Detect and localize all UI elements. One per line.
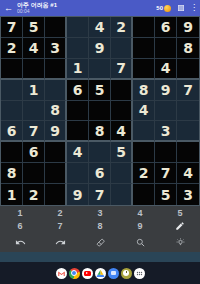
- cell-r2c7[interactable]: [133, 38, 155, 59]
- cell-r9c9[interactable]: 3: [177, 184, 199, 205]
- android-taskbar: [0, 262, 200, 284]
- cell-r2c3[interactable]: 3: [45, 38, 67, 59]
- cell-r2c1[interactable]: 2: [1, 38, 23, 59]
- numpad-row-1: 12345: [0, 206, 200, 219]
- drive-icon[interactable]: [95, 268, 106, 279]
- cell-r6c9[interactable]: [177, 121, 199, 142]
- cell-r4c2[interactable]: 1: [23, 80, 45, 101]
- themes-button[interactable]: [177, 4, 185, 12]
- cell-r8c4[interactable]: [67, 163, 89, 184]
- cell-r7c5[interactable]: [89, 142, 111, 163]
- cell-r4c1[interactable]: [1, 80, 23, 101]
- cell-r3c9[interactable]: [177, 59, 199, 80]
- cell-r5c5[interactable]: [89, 101, 111, 122]
- numpad-9[interactable]: 9: [120, 219, 160, 232]
- cell-r5c2[interactable]: [23, 101, 45, 122]
- magnifier-icon: [135, 237, 146, 248]
- cell-r9c6[interactable]: [111, 184, 133, 205]
- background-strip: [0, 252, 200, 262]
- cell-r8c9[interactable]: 4: [177, 163, 199, 184]
- cell-r7c9[interactable]: [177, 142, 199, 163]
- cell-r6c8[interactable]: 3: [155, 121, 177, 142]
- cell-r1c1[interactable]: 7: [1, 17, 23, 38]
- sudoku-board: 7542692439817416589784679843645862741297…: [0, 16, 200, 206]
- pencil-button[interactable]: [160, 219, 200, 232]
- cell-r7c4[interactable]: 4: [67, 142, 89, 163]
- cell-r9c3[interactable]: [45, 184, 67, 205]
- eraser-icon: [95, 237, 106, 248]
- cell-r4c6[interactable]: [111, 80, 133, 101]
- cell-r2c8[interactable]: [155, 38, 177, 59]
- cell-r4c5[interactable]: 5: [89, 80, 111, 101]
- cell-r2c6[interactable]: [111, 38, 133, 59]
- cell-r1c8[interactable]: 6: [155, 17, 177, 38]
- cell-r7c3[interactable]: [45, 142, 67, 163]
- cell-r5c3[interactable]: 8: [45, 101, 67, 122]
- cell-r1c3[interactable]: [45, 17, 67, 38]
- undo-button[interactable]: [0, 232, 40, 252]
- hint-button[interactable]: [160, 232, 200, 252]
- cell-r5c9[interactable]: [177, 101, 199, 122]
- cell-r8c5[interactable]: 6: [89, 163, 111, 184]
- numpad-5[interactable]: 5: [160, 206, 200, 219]
- cell-r4c3[interactable]: [45, 80, 67, 101]
- cell-r1c2[interactable]: 5: [23, 17, 45, 38]
- cell-r1c4[interactable]: [67, 17, 89, 38]
- cell-r2c4[interactable]: [67, 38, 89, 59]
- cell-r8c7[interactable]: 2: [133, 163, 155, 184]
- cell-r1c5[interactable]: 4: [89, 17, 111, 38]
- cell-r9c5[interactable]: 7: [89, 184, 111, 205]
- cell-r9c8[interactable]: 5: [155, 184, 177, 205]
- cell-r1c6[interactable]: 2: [111, 17, 133, 38]
- sudoku-app-screen: ← 아주 어려움 #1 00:04 50 ⋮ 75426924398174165…: [0, 0, 200, 284]
- cell-r6c4[interactable]: [67, 121, 89, 142]
- cell-r3c7[interactable]: [133, 59, 155, 80]
- app-drawer-icon[interactable]: [134, 268, 145, 279]
- cell-r3c5[interactable]: [89, 59, 111, 80]
- cell-r8c8[interactable]: 7: [155, 163, 177, 184]
- cell-r2c5[interactable]: 9: [89, 38, 111, 59]
- cell-r8c6[interactable]: [111, 163, 133, 184]
- cell-r9c2[interactable]: 2: [23, 184, 45, 205]
- cell-r6c7[interactable]: [133, 121, 155, 142]
- cell-r7c8[interactable]: [155, 142, 177, 163]
- number-pad: 12345 6789: [0, 206, 200, 232]
- cell-r3c2[interactable]: [23, 59, 45, 80]
- cell-r3c6[interactable]: 7: [111, 59, 133, 80]
- app-bar: ← 아주 어려움 #1 00:04 50 ⋮: [0, 0, 200, 16]
- title-block: 아주 어려움 #1 00:04: [17, 2, 57, 14]
- hint-lamp-icon: [175, 237, 186, 248]
- cell-r7c2[interactable]: 6: [23, 142, 45, 163]
- clock-icon[interactable]: [121, 268, 132, 279]
- cell-r3c4[interactable]: 1: [67, 59, 89, 80]
- gmail-icon[interactable]: [56, 268, 67, 279]
- coin-icon: [164, 5, 171, 12]
- pencil-icon: [175, 221, 185, 231]
- numpad-2[interactable]: 2: [40, 206, 80, 219]
- cell-r1c9[interactable]: 9: [177, 17, 199, 38]
- cell-r6c3[interactable]: 9: [45, 121, 67, 142]
- cell-r4c7[interactable]: 8: [133, 80, 155, 101]
- youtube-icon[interactable]: [82, 268, 93, 279]
- cell-r4c9[interactable]: 7: [177, 80, 199, 101]
- cell-r8c2[interactable]: [23, 163, 45, 184]
- cell-r7c1[interactable]: [1, 142, 23, 163]
- messages-icon[interactable]: [108, 268, 119, 279]
- overflow-menu-icon[interactable]: ⋮: [190, 0, 196, 16]
- eraser-button[interactable]: [80, 232, 120, 252]
- numpad-row-2: 6789: [0, 219, 200, 232]
- cell-r5c6[interactable]: [111, 101, 133, 122]
- cell-r7c7[interactable]: [133, 142, 155, 163]
- back-icon[interactable]: ←: [4, 0, 13, 16]
- hint-count-label: 50: [156, 5, 163, 11]
- cell-r6c1[interactable]: 6: [1, 121, 23, 142]
- cell-r7c6[interactable]: 5: [111, 142, 133, 163]
- cell-r8c1[interactable]: 8: [1, 163, 23, 184]
- numpad-1[interactable]: 1: [0, 206, 40, 219]
- numpad-4[interactable]: 4: [120, 206, 160, 219]
- cell-r6c2[interactable]: 7: [23, 121, 45, 142]
- cell-r5c7[interactable]: 4: [133, 101, 155, 122]
- cell-r2c9[interactable]: 8: [177, 38, 199, 59]
- cell-r4c8[interactable]: 9: [155, 80, 177, 101]
- cell-r3c8[interactable]: 4: [155, 59, 177, 80]
- cell-r9c4[interactable]: 9: [67, 184, 89, 205]
- cell-r3c1[interactable]: [1, 59, 23, 80]
- game-timer: 00:04: [17, 9, 57, 14]
- numpad-3[interactable]: 3: [80, 206, 120, 219]
- redo-icon: [55, 237, 66, 248]
- hint-counter[interactable]: 50: [156, 5, 171, 12]
- numpad-7[interactable]: 7: [40, 219, 80, 232]
- grid-icon: [177, 4, 185, 12]
- cell-r5c8[interactable]: [155, 101, 177, 122]
- numpad-8[interactable]: 8: [80, 219, 120, 232]
- redo-button[interactable]: [40, 232, 80, 252]
- cell-r1c7[interactable]: [133, 17, 155, 38]
- cell-r4c4[interactable]: 6: [67, 80, 89, 101]
- cell-r3c3[interactable]: [45, 59, 67, 80]
- cell-r5c1[interactable]: [1, 101, 23, 122]
- cell-r5c4[interactable]: [67, 101, 89, 122]
- cell-r2c2[interactable]: 4: [23, 38, 45, 59]
- cell-r6c5[interactable]: 8: [89, 121, 111, 142]
- undo-icon: [15, 237, 26, 248]
- cell-r8c3[interactable]: [45, 163, 67, 184]
- cell-r9c1[interactable]: 1: [1, 184, 23, 205]
- cell-r6c6[interactable]: 4: [111, 121, 133, 142]
- chrome-icon[interactable]: [69, 268, 80, 279]
- magnifier-button[interactable]: [120, 232, 160, 252]
- numpad-6[interactable]: 6: [0, 219, 40, 232]
- game-toolbar: [0, 232, 200, 252]
- cell-r9c7[interactable]: [133, 184, 155, 205]
